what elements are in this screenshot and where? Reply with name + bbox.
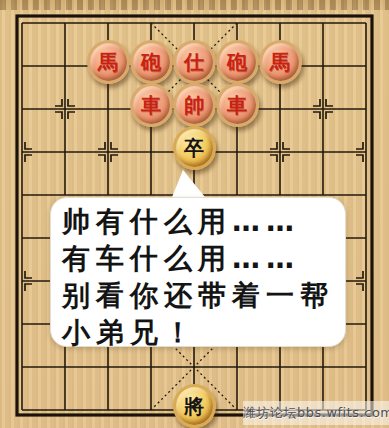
speech-line: 别看你还带着一帮: [62, 277, 345, 314]
watermark: 潍坊论坛bbs.wfits.com: [243, 401, 389, 425]
piece-red-general[interactable]: 帥: [173, 83, 216, 127]
board-point[interactable]: 卒: [173, 131, 216, 174]
piece-black-general[interactable]: 將: [173, 384, 216, 428]
piece-red-cannon[interactable]: 砲: [130, 40, 173, 84]
board-point[interactable]: 將: [173, 389, 216, 428]
board-point[interactable]: 馬: [259, 45, 302, 88]
piece-red-chariot[interactable]: 車: [130, 83, 173, 127]
piece-red-chariot[interactable]: 車: [216, 83, 259, 127]
board-point[interactable]: 帥: [173, 88, 216, 131]
piece-red-cannon[interactable]: 砲: [216, 40, 259, 84]
board-point[interactable]: 車: [130, 88, 173, 131]
piece-red-advisor[interactable]: 仕: [173, 40, 216, 84]
speech-line: 有车什么用……: [62, 240, 345, 277]
speech-line: 帅有什么用……: [62, 203, 345, 240]
piece-black-soldier[interactable]: 卒: [173, 126, 216, 170]
board-point[interactable]: 車: [216, 88, 259, 131]
board-point[interactable]: 砲: [130, 45, 173, 88]
board-point[interactable]: 仕: [173, 45, 216, 88]
xiangqi-board: 馬砲仕砲馬車帥車卒將 帅有什么用…… 有车什么用…… 别看你还带着一帮 小弟兄！…: [0, 0, 389, 428]
piece-red-horse[interactable]: 馬: [259, 40, 302, 84]
speech-line: 小弟兄！: [62, 314, 345, 351]
piece-red-horse[interactable]: 馬: [87, 40, 130, 84]
board-point[interactable]: 砲: [216, 45, 259, 88]
speech-bubble: 帅有什么用…… 有车什么用…… 别看你还带着一帮 小弟兄！: [50, 197, 346, 347]
board-point[interactable]: 馬: [87, 45, 130, 88]
